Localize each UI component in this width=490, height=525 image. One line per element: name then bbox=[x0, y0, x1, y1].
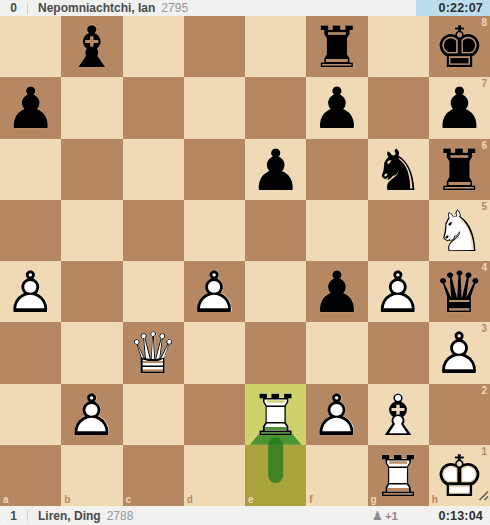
file-label-a: a bbox=[3, 494, 9, 505]
bar-divider bbox=[27, 3, 28, 14]
player-rating-bottom: 2788 bbox=[107, 509, 134, 523]
square-b8[interactable]: ♝ bbox=[61, 16, 122, 77]
piece-black-king[interactable]: ♚ bbox=[429, 16, 490, 77]
square-b4[interactable] bbox=[61, 261, 122, 322]
square-d8[interactable] bbox=[184, 16, 245, 77]
square-f5[interactable] bbox=[306, 200, 367, 261]
piece-black-rook[interactable]: ♜ bbox=[429, 139, 490, 200]
piece-white-pawn[interactable]: ♟♙ bbox=[61, 384, 122, 445]
square-g7[interactable] bbox=[368, 77, 429, 138]
square-g1[interactable]: ♜♖g bbox=[368, 445, 429, 506]
square-b5[interactable] bbox=[61, 200, 122, 261]
square-a2[interactable] bbox=[0, 384, 61, 445]
square-a1[interactable]: a bbox=[0, 445, 61, 506]
square-h6[interactable]: ♜6 bbox=[429, 139, 490, 200]
square-e2[interactable]: ♜♖ bbox=[245, 384, 306, 445]
material-advantage-value: +1 bbox=[385, 510, 398, 522]
resize-icon bbox=[476, 488, 489, 501]
chess-board: ♝♜♚8♟♟♟7♟♞♜6♞♘5♟♙♟♙♟♟♙♛4♛♕♟♙3♟♙♜♖♟♙♝♗2ab… bbox=[0, 16, 490, 506]
square-b2[interactable]: ♟♙ bbox=[61, 384, 122, 445]
square-f3[interactable] bbox=[306, 322, 367, 383]
square-f6[interactable] bbox=[306, 139, 367, 200]
square-f4[interactable]: ♟ bbox=[306, 261, 367, 322]
piece-white-pawn[interactable]: ♟♙ bbox=[0, 261, 61, 322]
square-d7[interactable] bbox=[184, 77, 245, 138]
square-g4[interactable]: ♟♙ bbox=[368, 261, 429, 322]
square-h8[interactable]: ♚8 bbox=[429, 16, 490, 77]
square-e8[interactable] bbox=[245, 16, 306, 77]
match-score-top: 0 bbox=[0, 1, 27, 15]
square-d3[interactable] bbox=[184, 322, 245, 383]
piece-white-pawn[interactable]: ♟♙ bbox=[429, 322, 490, 383]
square-d4[interactable]: ♟♙ bbox=[184, 261, 245, 322]
square-g2[interactable]: ♝♗ bbox=[368, 384, 429, 445]
material-advantage: ♟ +1 bbox=[372, 509, 398, 523]
square-c1[interactable]: c bbox=[123, 445, 184, 506]
square-e1[interactable]: e bbox=[245, 445, 306, 506]
square-d1[interactable]: d bbox=[184, 445, 245, 506]
square-g6[interactable]: ♞ bbox=[368, 139, 429, 200]
rank-label-2: 2 bbox=[481, 385, 487, 396]
piece-black-pawn[interactable]: ♟ bbox=[429, 77, 490, 138]
piece-white-rook[interactable]: ♜♖ bbox=[368, 445, 429, 506]
square-e7[interactable] bbox=[245, 77, 306, 138]
piece-black-bishop[interactable]: ♝ bbox=[61, 16, 122, 77]
square-h7[interactable]: ♟7 bbox=[429, 77, 490, 138]
square-h4[interactable]: ♛4 bbox=[429, 261, 490, 322]
square-b7[interactable] bbox=[61, 77, 122, 138]
square-h2[interactable]: 2 bbox=[429, 384, 490, 445]
chess-game-view: 0 Nepomniachtchi, Ian 2795 0:22:07 ♝♜♚8♟… bbox=[0, 0, 490, 525]
piece-black-pawn[interactable]: ♟ bbox=[0, 77, 61, 138]
square-e3[interactable] bbox=[245, 322, 306, 383]
piece-black-knight[interactable]: ♞ bbox=[368, 139, 429, 200]
piece-black-pawn[interactable]: ♟ bbox=[306, 261, 367, 322]
square-a6[interactable] bbox=[0, 139, 61, 200]
player-name-top: Nepomniachtchi, Ian bbox=[38, 1, 155, 15]
bar-divider bbox=[27, 510, 28, 521]
square-h3[interactable]: ♟♙3 bbox=[429, 322, 490, 383]
square-a3[interactable] bbox=[0, 322, 61, 383]
square-f8[interactable]: ♜ bbox=[306, 16, 367, 77]
square-a4[interactable]: ♟♙ bbox=[0, 261, 61, 322]
square-c6[interactable] bbox=[123, 139, 184, 200]
square-f2[interactable]: ♟♙ bbox=[306, 384, 367, 445]
player-name-bottom: Liren, Ding bbox=[38, 509, 101, 523]
square-h5[interactable]: ♞♘5 bbox=[429, 200, 490, 261]
player-bar-bottom: 1 Liren, Ding 2788 ♟ +1 0:13:04 bbox=[0, 506, 490, 525]
square-d6[interactable] bbox=[184, 139, 245, 200]
piece-black-rook[interactable]: ♜ bbox=[306, 16, 367, 77]
piece-white-pawn[interactable]: ♟♙ bbox=[368, 261, 429, 322]
piece-black-queen[interactable]: ♛ bbox=[429, 261, 490, 322]
square-a7[interactable]: ♟ bbox=[0, 77, 61, 138]
square-g5[interactable] bbox=[368, 200, 429, 261]
square-c8[interactable] bbox=[123, 16, 184, 77]
square-a8[interactable] bbox=[0, 16, 61, 77]
piece-black-pawn[interactable]: ♟ bbox=[306, 77, 367, 138]
match-score-bottom: 1 bbox=[0, 509, 27, 523]
square-f1[interactable]: f bbox=[306, 445, 367, 506]
square-e4[interactable] bbox=[245, 261, 306, 322]
square-e6[interactable]: ♟ bbox=[245, 139, 306, 200]
piece-white-rook[interactable]: ♜♖ bbox=[245, 384, 306, 445]
square-e5[interactable] bbox=[245, 200, 306, 261]
board-grid: ♝♜♚8♟♟♟7♟♞♜6♞♘5♟♙♟♙♟♟♙♛4♛♕♟♙3♟♙♜♖♟♙♝♗2ab… bbox=[0, 16, 490, 506]
square-c3[interactable]: ♛♕ bbox=[123, 322, 184, 383]
square-c4[interactable] bbox=[123, 261, 184, 322]
piece-white-queen[interactable]: ♛♕ bbox=[123, 322, 184, 383]
board-resize-handle[interactable] bbox=[476, 487, 489, 505]
player-rating-top: 2795 bbox=[161, 1, 188, 15]
square-f7[interactable]: ♟ bbox=[306, 77, 367, 138]
file-label-d: d bbox=[187, 494, 193, 505]
square-c5[interactable] bbox=[123, 200, 184, 261]
square-b3[interactable] bbox=[61, 322, 122, 383]
square-g3[interactable] bbox=[368, 322, 429, 383]
file-label-b: b bbox=[64, 494, 70, 505]
pawn-icon: ♟ bbox=[372, 509, 383, 523]
file-label-c: c bbox=[126, 494, 132, 505]
piece-white-pawn[interactable]: ♟♙ bbox=[184, 261, 245, 322]
file-label-f: f bbox=[309, 494, 312, 505]
piece-black-pawn[interactable]: ♟ bbox=[245, 139, 306, 200]
piece-white-bishop[interactable]: ♝♗ bbox=[368, 384, 429, 445]
square-d5[interactable] bbox=[184, 200, 245, 261]
square-d2[interactable] bbox=[184, 384, 245, 445]
square-c2[interactable] bbox=[123, 384, 184, 445]
square-b6[interactable] bbox=[61, 139, 122, 200]
clock-bottom: 0:13:04 bbox=[416, 506, 490, 525]
piece-white-knight[interactable]: ♞♘ bbox=[429, 200, 490, 261]
file-label-e: e bbox=[248, 494, 254, 505]
square-b1[interactable]: b bbox=[61, 445, 122, 506]
piece-white-pawn[interactable]: ♟♙ bbox=[306, 384, 367, 445]
square-g8[interactable] bbox=[368, 16, 429, 77]
square-c7[interactable] bbox=[123, 77, 184, 138]
square-a5[interactable] bbox=[0, 200, 61, 261]
